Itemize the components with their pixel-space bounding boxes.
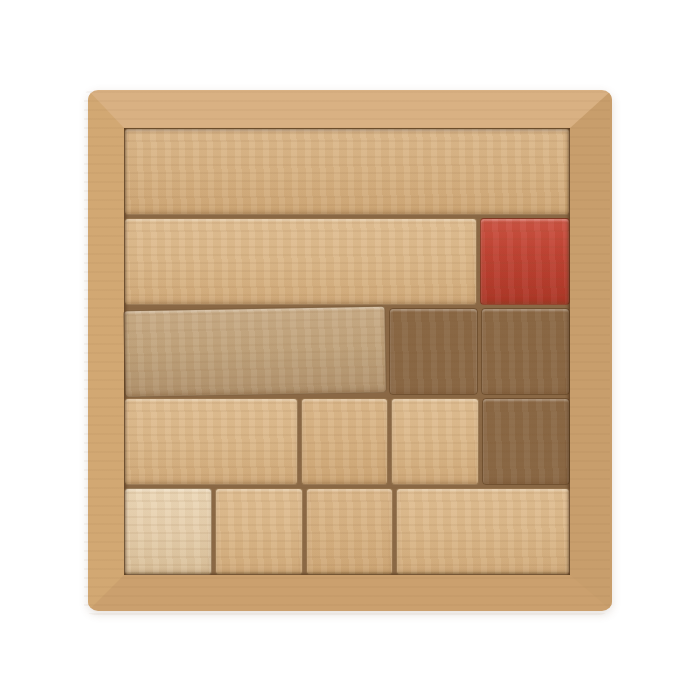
tray-row-3 [124, 308, 570, 395]
board [124, 128, 570, 575]
dot-cell [124, 311, 125, 396]
photo-background [0, 0, 700, 700]
tray-row-2 [124, 218, 570, 305]
wooden-tray-frame [88, 90, 612, 611]
dot-cell [124, 311, 125, 396]
block-1-red-dot-d[interactable] [215, 488, 303, 575]
tray-row-5 [124, 488, 570, 575]
tray-row-1 [124, 128, 570, 215]
block-5-red-dots[interactable] [124, 128, 570, 215]
tray-row-4 [124, 398, 570, 485]
cube-red-white-dot[interactable] [480, 218, 570, 305]
block-2-red-dots[interactable] [124, 398, 298, 485]
block-2-red-dots-bottom[interactable] [396, 488, 570, 575]
dot-cell [124, 311, 125, 396]
block-1-red-dot-c[interactable] [124, 488, 212, 575]
cube-green-white-dot[interactable] [389, 308, 478, 395]
cube-blue-white-dot[interactable] [481, 308, 570, 395]
block-1-red-dot-e[interactable] [306, 488, 394, 575]
block-1-red-dot-a[interactable] [301, 398, 389, 485]
cube-yellow-white-dot[interactable] [482, 398, 570, 485]
block-4-red-dots[interactable] [124, 218, 477, 305]
block-1-red-dot-b[interactable] [391, 398, 479, 485]
block-3-red-dots-dark[interactable] [123, 306, 387, 398]
